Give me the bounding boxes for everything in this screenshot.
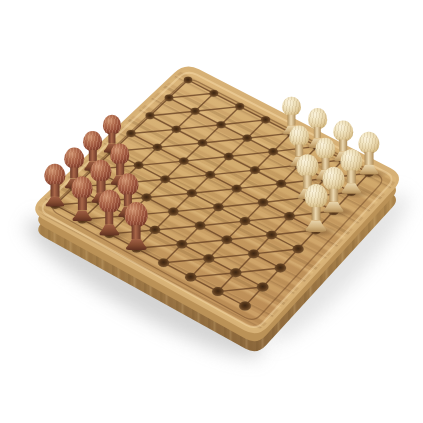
peg-head — [83, 131, 102, 151]
peg-foot — [99, 225, 119, 236]
peg-head — [304, 184, 327, 208]
pegs — [0, 0, 423, 423]
peg-foot — [72, 211, 92, 222]
peg-brown[interactable] — [43, 164, 68, 207]
peg-neck — [105, 211, 114, 224]
peg-neck — [347, 170, 356, 183]
peg-brown[interactable] — [96, 190, 123, 236]
peg-neck — [288, 115, 295, 126]
peg-head — [103, 115, 121, 134]
peg-head — [297, 155, 318, 178]
peg-head — [71, 177, 92, 200]
peg-neck — [329, 188, 338, 201]
peg-head — [282, 97, 300, 116]
peg-neck — [108, 133, 115, 144]
peg-neck — [132, 225, 141, 239]
peg-neck — [311, 207, 320, 221]
peg-neck — [365, 152, 373, 164]
peg-head — [45, 164, 66, 186]
peg-brown[interactable] — [69, 177, 95, 222]
peg-neck — [51, 184, 59, 196]
peg-head — [98, 190, 120, 214]
peg-neck — [78, 198, 87, 211]
peg-foot — [46, 196, 65, 206]
peg-brown[interactable] — [123, 202, 151, 250]
peg-natural[interactable] — [302, 184, 330, 232]
halma-board-photo: Mini Halma - bamboo travel board with wo… — [0, 0, 423, 423]
peg-head — [125, 202, 148, 226]
peg-head — [289, 126, 309, 147]
peg-foot — [126, 239, 147, 251]
peg-foot — [305, 220, 326, 232]
